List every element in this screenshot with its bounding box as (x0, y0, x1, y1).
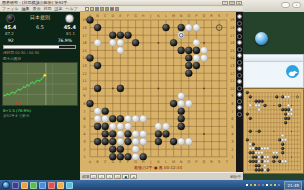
winrate-graph-svg (3, 63, 77, 105)
svg-text:N: N (180, 14, 183, 18)
navigation-buttons: |<<>>|●≡ (90, 174, 137, 179)
stone-white-D5[interactable] (255, 151, 258, 154)
stone-black-E6[interactable] (117, 115, 124, 122)
stone-black-E2[interactable] (258, 164, 261, 167)
stone-white-D16[interactable] (109, 39, 116, 46)
stone-black-F17[interactable] (261, 100, 264, 103)
stone-white-O18[interactable] (185, 24, 192, 31)
stone-black-B13[interactable] (94, 62, 101, 69)
move-dot-black[interactable] (237, 99, 242, 104)
svg-text:H: H (142, 14, 145, 18)
stone-black-F17[interactable] (124, 32, 131, 39)
stone-black-O14[interactable] (185, 54, 192, 61)
stone-black-D17[interactable] (109, 32, 116, 39)
board-icon[interactable] (100, 7, 104, 11)
svg-text:18: 18 (230, 26, 235, 30)
black-sub-score: 87.2 (5, 31, 14, 36)
black-score: 45.4 (4, 24, 16, 30)
stone-white-C6[interactable] (102, 115, 109, 122)
stone-black-E2[interactable] (117, 146, 124, 153)
svg-text:11: 11 (82, 79, 87, 83)
stone-white-B6[interactable] (94, 115, 101, 122)
stone-black-C3[interactable] (102, 138, 109, 145)
stone-black-K4[interactable] (155, 130, 162, 137)
stone-white-E4[interactable] (117, 130, 124, 137)
stone-black-M8[interactable] (278, 138, 281, 141)
move-number: 92 (8, 38, 14, 43)
background-window-controls: ◦× (281, 2, 301, 8)
stone-white-G6[interactable] (132, 115, 139, 122)
stone-black-F1[interactable] (124, 153, 131, 160)
stone-white-B16[interactable] (249, 104, 252, 107)
svg-text:L: L (165, 14, 167, 18)
stone-black-A19[interactable] (246, 91, 249, 94)
svg-text:16: 16 (82, 41, 87, 45)
status-bar: 棋譜 |<<>>|●≡ 解析中 (80, 172, 243, 180)
stone-white-E4[interactable] (258, 156, 261, 159)
stone-black-D4[interactable] (255, 156, 258, 159)
score-row: 45.4 6.5 45.4 (0, 24, 80, 30)
stone-white-Q15[interactable] (200, 47, 207, 54)
move-dot-white[interactable] (237, 79, 242, 84)
stone-white-H3[interactable] (140, 138, 147, 145)
svg-text:15: 15 (230, 49, 235, 53)
stone-black-D1[interactable] (255, 169, 258, 172)
taskbar-app-icon[interactable] (39, 182, 46, 189)
stone-white-O8[interactable] (284, 138, 287, 141)
winrate-progress-fill (4, 46, 59, 48)
stone-white-G1[interactable] (132, 153, 139, 160)
stone-black-C7[interactable] (252, 143, 255, 146)
mini-board-svg (244, 89, 303, 173)
stone-white-G6[interactable] (264, 147, 267, 150)
stone-black-L18[interactable] (275, 95, 278, 98)
stone-black-C4[interactable] (252, 156, 255, 159)
tray-icon[interactable] (274, 184, 277, 187)
stone-white-F5[interactable] (124, 123, 131, 130)
stone-white-C6[interactable] (252, 147, 255, 150)
menu-item[interactable]: ファイル (2, 6, 18, 11)
stone-white-E16[interactable] (117, 39, 124, 46)
graph-footer-2: 第92手まで表示 (3, 114, 29, 118)
stone-black-O13[interactable] (284, 117, 287, 120)
nav-button[interactable]: >| (114, 174, 121, 179)
stone-black-N18[interactable] (281, 95, 284, 98)
stone-white-G2[interactable] (264, 164, 267, 167)
taskbar-icons (12, 182, 73, 189)
stone-white-P14[interactable] (287, 113, 290, 116)
svg-text:19: 19 (230, 18, 235, 22)
stone-black-N5[interactable] (281, 151, 284, 154)
stone-white-K5[interactable] (155, 123, 162, 130)
stone-white-B6[interactable] (249, 147, 252, 150)
svg-text:13: 13 (82, 64, 87, 68)
svg-text:13: 13 (230, 64, 235, 68)
stone-white-P18[interactable] (193, 24, 200, 31)
nav-button[interactable]: > (106, 174, 113, 179)
stone-black-B3[interactable] (249, 160, 252, 163)
stone-black-D3[interactable] (109, 138, 116, 145)
svg-text:F: F (127, 14, 129, 18)
stone-black-B3[interactable] (94, 138, 101, 145)
stone-white-H3[interactable] (267, 160, 270, 163)
open-icon[interactable] (90, 7, 94, 11)
stone-white-H4[interactable] (267, 156, 270, 159)
stone-white-G4[interactable] (132, 130, 139, 137)
stone-black-N15[interactable] (281, 108, 284, 111)
svg-text:10: 10 (82, 87, 87, 91)
stone-black-P13[interactable] (193, 62, 200, 69)
menu-item[interactable]: ヘルプ (65, 6, 77, 11)
taskbar-clock: 21:45 (284, 181, 302, 190)
menu-item[interactable]: 対局 (43, 6, 51, 11)
stone-black-B18[interactable] (249, 95, 252, 98)
taskbar-app-icon[interactable] (57, 182, 64, 189)
stone-black-D1[interactable] (109, 153, 116, 160)
move-dot-white[interactable] (237, 27, 242, 32)
stone-black-B18[interactable] (94, 24, 101, 31)
stone-black-L18[interactable] (162, 24, 169, 31)
stone-black-K3[interactable] (155, 138, 162, 145)
background-window-button[interactable]: ◦ (281, 2, 290, 8)
stone-black-N6[interactable] (281, 147, 284, 150)
stone-black-D2[interactable] (255, 164, 258, 167)
stone-white-L5[interactable] (162, 123, 169, 130)
stone-white-G1[interactable] (264, 169, 267, 172)
time-info: 持時間 00:30 / 00:30 (3, 51, 39, 55)
menu-item[interactable]: 編集 (21, 6, 29, 11)
move-dot-white[interactable] (237, 66, 242, 71)
stone-black-N18[interactable] (178, 24, 185, 31)
stone-white-E15[interactable] (117, 47, 124, 54)
stone-black-O15[interactable] (185, 47, 192, 54)
winrate-progress-bar (3, 45, 76, 49)
stone-black-F3[interactable] (261, 160, 264, 163)
stone-black-A8[interactable] (246, 138, 249, 141)
stone-black-E17[interactable] (117, 32, 124, 39)
stone-black-D17[interactable] (255, 100, 258, 103)
svg-text:J: J (149, 14, 151, 18)
svg-text:5: 5 (83, 125, 85, 129)
tray-icon[interactable] (250, 184, 253, 187)
stone-black-P15[interactable] (193, 47, 200, 54)
svg-text:17: 17 (82, 34, 87, 38)
title-button[interactable]: ─ (222, 1, 228, 5)
stone-white-E5[interactable] (258, 151, 261, 154)
taskbar-app-icon[interactable] (66, 182, 73, 189)
stone-black-B5[interactable] (249, 151, 252, 154)
bird-logo-icon (286, 65, 299, 78)
svg-text:10: 10 (230, 87, 235, 91)
stone-white-B7[interactable] (249, 143, 252, 146)
stone-white-E15[interactable] (258, 108, 261, 111)
move-dot-black[interactable] (237, 112, 242, 117)
stone-black-O12[interactable] (185, 70, 192, 77)
stone-white-N8[interactable] (178, 100, 185, 107)
game-info-panel: 日本規則 45.4 6.5 45.4 87.2 81.1 92 76.9% 持時… (0, 12, 80, 180)
svg-text:3: 3 (231, 140, 233, 144)
move-dot-black[interactable] (237, 60, 242, 65)
stone-black-M16[interactable] (170, 39, 177, 46)
stone-black-F1[interactable] (261, 169, 264, 172)
svg-text:1: 1 (231, 155, 233, 159)
svg-text:18: 18 (82, 26, 87, 30)
stone-black-L4[interactable] (275, 156, 278, 159)
stone-black-D6[interactable] (109, 115, 116, 122)
stone-black-G16[interactable] (264, 104, 267, 107)
stone-white-E3[interactable] (117, 138, 124, 145)
svg-text:D: D (111, 14, 114, 18)
stone-black-M8[interactable] (170, 100, 177, 107)
stone-black-F4[interactable] (261, 156, 264, 159)
stone-black-L4[interactable] (162, 130, 169, 137)
svg-text:O: O (187, 14, 190, 18)
stone-white-F6[interactable] (261, 147, 264, 150)
stone-black-P15[interactable] (287, 108, 290, 111)
svg-text:17: 17 (230, 34, 235, 38)
stone-black-H1[interactable] (140, 153, 147, 160)
stone-black-E1[interactable] (258, 169, 261, 172)
stone-white-D16[interactable] (255, 104, 258, 107)
stone-black-P13[interactable] (287, 117, 290, 120)
stone-black-A14[interactable] (246, 113, 249, 116)
stone-white-E5[interactable] (117, 123, 124, 130)
taskbar-app-icon[interactable] (12, 182, 19, 189)
stone-black-H1[interactable] (267, 169, 270, 172)
nav-button[interactable]: ≡ (130, 174, 137, 179)
stone-white-P18[interactable] (287, 95, 290, 98)
stone-white-G4[interactable] (264, 156, 267, 159)
stone-white-Q14[interactable] (290, 113, 293, 116)
stone-white-O18[interactable] (284, 95, 287, 98)
move-list-strip[interactable] (236, 12, 243, 172)
stone-black-M3[interactable] (170, 138, 177, 145)
winrate-graph[interactable] (2, 62, 78, 106)
stone-black-E17[interactable] (258, 100, 261, 103)
stone-black-K3[interactable] (272, 160, 275, 163)
svg-text:12: 12 (230, 72, 235, 76)
stone-white-N8[interactable] (281, 138, 284, 141)
taskbar: 21:45 (0, 180, 304, 190)
move-dot-white[interactable] (237, 14, 242, 19)
tray-icon[interactable] (262, 184, 265, 187)
svg-text:Q: Q (203, 14, 206, 18)
stone-black-E6[interactable] (258, 147, 261, 150)
main-board-svg: AABBCCDDEEFFGGHHJJKKLLMMNNOOPPQQRRSSTT19… (80, 12, 236, 164)
stone-white-P16[interactable] (193, 39, 200, 46)
stone-black-D2[interactable] (109, 146, 116, 153)
tray-icon[interactable] (246, 184, 249, 187)
stone-white-H6[interactable] (267, 147, 270, 150)
stone-black-D3[interactable] (255, 160, 258, 163)
stone-white-L5[interactable] (275, 151, 278, 154)
title-button[interactable]: × (236, 1, 242, 5)
stone-black-C5[interactable] (252, 151, 255, 154)
stone-black-D4[interactable] (109, 130, 116, 137)
start-button[interactable] (2, 181, 10, 189)
white-sub-score: 81.1 (66, 31, 75, 36)
stone-white-P16[interactable] (287, 104, 290, 107)
settings-icon[interactable] (115, 7, 119, 11)
system-tray (246, 184, 281, 187)
stone-white-G3[interactable] (264, 160, 267, 163)
stone-white-D5[interactable] (109, 123, 116, 130)
main-go-board[interactable]: AABBCCDDEEFFGGHHJJKKLLMMNNOOPPQQRRSSTT19… (80, 12, 236, 172)
stone-white-E16[interactable] (258, 104, 261, 107)
stone-white-P14[interactable] (193, 54, 200, 61)
stone-black-F3[interactable] (124, 138, 131, 145)
stone-white-E3[interactable] (258, 160, 261, 163)
svg-text:7: 7 (231, 110, 233, 114)
move-dot-white[interactable] (237, 92, 242, 97)
taskbar-app-icon[interactable] (30, 182, 37, 189)
graph-title: 勝率の推移 (3, 57, 21, 61)
winrate-value: 76.9% (58, 38, 72, 43)
stone-black-N7[interactable] (281, 143, 284, 146)
stone-black-O15[interactable] (284, 108, 287, 111)
nav-button[interactable]: ● (122, 174, 129, 179)
stone-white-B7[interactable] (94, 108, 101, 115)
window-controls: ─□× (222, 1, 242, 5)
graph-footer-1: B+1.5 (76.9%) (3, 108, 31, 113)
tray-icon[interactable] (254, 184, 257, 187)
tray-icon[interactable] (278, 184, 281, 187)
title-button[interactable]: □ (229, 1, 235, 5)
move-dot-black[interactable] (237, 86, 242, 91)
stone-white-K5[interactable] (272, 151, 275, 154)
stone-black-A14[interactable] (86, 54, 93, 61)
stone-white-N9[interactable] (281, 134, 284, 137)
svg-text:12: 12 (82, 72, 87, 76)
stone-white-O3[interactable] (284, 160, 287, 163)
status-bar-right-label: 解析中 (230, 175, 241, 179)
svg-text:5: 5 (231, 125, 233, 129)
new-icon[interactable] (85, 7, 89, 11)
taskbar-app-icon[interactable] (21, 182, 28, 189)
move-dot-black[interactable] (237, 34, 242, 39)
stone-white-N9[interactable] (178, 92, 185, 99)
menu-item[interactable]: 表示 (32, 6, 40, 11)
move-dot-black[interactable] (237, 21, 242, 26)
stone-white-O3[interactable] (185, 138, 192, 145)
stone-black-A8[interactable] (86, 100, 93, 107)
tray-icon[interactable] (266, 184, 269, 187)
background-window-button[interactable]: × (292, 2, 301, 8)
stone-black-E1[interactable] (117, 153, 124, 160)
nav-button[interactable]: |< (90, 174, 97, 179)
menu-items: ファイル編集表示対局設定ヘルプ (2, 6, 78, 11)
board-status-text: 最後の2手 ● 黒 00:12:34 (80, 164, 236, 172)
stone-white-N3[interactable] (281, 160, 284, 163)
stone-white-G3[interactable] (132, 138, 139, 145)
stone-black-A19[interactable] (86, 16, 93, 23)
toolbar (85, 7, 119, 11)
stone-white-N17[interactable] (281, 100, 284, 103)
graph-icon[interactable] (110, 7, 114, 11)
stone-black-N15[interactable] (178, 47, 185, 54)
stone-white-O8[interactable] (185, 100, 192, 107)
desktop-sphere-gadget[interactable] (255, 32, 268, 45)
svg-text:11: 11 (230, 79, 235, 83)
move-dot-white[interactable] (237, 105, 242, 110)
status-bar-left-label: 棋譜 (82, 175, 89, 179)
sub-score-row: 87.2 81.1 (0, 31, 80, 36)
stone-white-Q15[interactable] (290, 108, 293, 111)
chat-window[interactable] (243, 54, 304, 88)
stone-black-M3[interactable] (278, 160, 281, 163)
stone-black-K4[interactable] (272, 156, 275, 159)
stone-black-B5[interactable] (94, 123, 101, 130)
move-row: 92 76.9% (0, 38, 80, 43)
move-dot-black[interactable] (237, 73, 242, 78)
analyze-icon[interactable] (105, 7, 109, 11)
svg-text:3: 3 (83, 140, 85, 144)
mini-board-window[interactable] (243, 88, 304, 174)
stone-black-E10[interactable] (117, 85, 124, 92)
svg-text:1: 1 (83, 155, 85, 159)
stone-black-B10[interactable] (249, 130, 252, 133)
stone-black-G16[interactable] (132, 39, 139, 46)
stone-black-N5[interactable] (178, 123, 185, 130)
stone-black-N6[interactable] (178, 115, 185, 122)
stone-white-N3[interactable] (178, 138, 185, 145)
stone-white-F6[interactable] (124, 115, 131, 122)
svg-text:G: G (134, 14, 137, 18)
move-dot-white[interactable] (237, 40, 242, 45)
stone-black-D6[interactable] (255, 147, 258, 150)
stone-black-M16[interactable] (278, 104, 281, 107)
svg-text:14: 14 (230, 56, 235, 60)
stone-black-B10[interactable] (94, 85, 101, 92)
move-dot-black[interactable] (237, 47, 242, 52)
svg-text:7: 7 (83, 110, 85, 114)
tray-icon[interactable] (258, 184, 261, 187)
stone-black-O13[interactable] (185, 62, 192, 69)
taskbar-app-icon[interactable] (48, 182, 55, 189)
stone-black-C5[interactable] (102, 123, 109, 130)
stone-black-O12[interactable] (284, 121, 287, 124)
svg-text:15: 15 (82, 49, 87, 53)
nav-button[interactable]: < (98, 174, 105, 179)
stone-white-N17[interactable] (178, 32, 185, 39)
stone-black-C3[interactable] (252, 160, 255, 163)
stone-black-N7[interactable] (178, 108, 185, 115)
tray-icon[interactable] (270, 184, 273, 187)
stone-black-E10[interactable] (258, 130, 261, 133)
svg-text:2: 2 (83, 148, 85, 152)
stone-black-F4[interactable] (124, 130, 131, 137)
save-icon[interactable] (95, 7, 99, 11)
move-dot-white[interactable] (237, 53, 242, 58)
stone-white-H6[interactable] (140, 115, 147, 122)
svg-text:16: 16 (230, 41, 235, 45)
stone-white-H4[interactable] (140, 130, 147, 137)
stone-white-Q14[interactable] (200, 54, 207, 61)
screen: 囲碁研究 - [対局棋譜の解析] 第92手 ─□× ファイル編集表示対局設定ヘル… (0, 0, 304, 190)
stone-white-G2[interactable] (132, 146, 139, 153)
menu-item[interactable]: 設定 (54, 6, 62, 11)
stone-white-F5[interactable] (261, 151, 264, 154)
komi-value: 6.5 (36, 24, 44, 30)
window-title: 囲碁研究 - [対局棋譜の解析] 第92手 (2, 0, 68, 5)
stone-black-C7[interactable] (102, 108, 109, 115)
stone-black-C4[interactable] (102, 130, 109, 137)
chat-window-toolbar (244, 55, 303, 62)
stone-white-B16[interactable] (94, 39, 101, 46)
stone-black-O14[interactable] (284, 113, 287, 116)
white-player-stone-icon (65, 14, 74, 23)
stone-black-B13[interactable] (249, 117, 252, 120)
